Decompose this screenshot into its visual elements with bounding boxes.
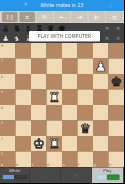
square-a8[interactable]: 8 (0, 43, 16, 59)
square-b8[interactable] (16, 43, 32, 59)
square-c4[interactable] (31, 105, 47, 121)
square-f4[interactable] (78, 105, 94, 121)
square-a1[interactable]: 1a (0, 152, 16, 168)
palette-piece-N[interactable]: ♞ (11, 33, 22, 43)
rank-label-3: 3 (1, 121, 3, 125)
square-e8[interactable] (62, 43, 78, 59)
file-label-c: c (32, 163, 34, 167)
square-f2[interactable] (78, 136, 94, 152)
white-engine-cell: White (0, 168, 30, 184)
square-b3[interactable] (16, 121, 32, 137)
palette-delete-icon[interactable]: × (113, 33, 123, 43)
rank-label-5: 5 (1, 90, 3, 94)
square-d8[interactable] (47, 43, 63, 59)
play-with-computer-button[interactable]: PLAY WITH COMPUTER (29, 31, 100, 42)
file-label-d: d (47, 163, 49, 167)
square-b6[interactable] (16, 74, 32, 90)
square-h2[interactable] (109, 136, 125, 152)
next-list-icon[interactable]: ⇉ (107, 12, 122, 22)
file-label-a: a (1, 163, 3, 167)
chess-board: 87♟6♚5♜43♛2♚♜1abcdefgh (0, 43, 124, 167)
palette-delete-icon[interactable]: × (113, 23, 123, 33)
square-g1[interactable]: g (93, 152, 109, 168)
rank-label-8: 8 (1, 44, 3, 48)
white-king-c2[interactable]: ♚ (31, 136, 47, 152)
rank-label-2: 2 (1, 137, 3, 141)
rank-label-7: 7 (1, 59, 3, 63)
white-label: White (0, 169, 30, 173)
white-rook-d5[interactable]: ♜ (47, 90, 63, 106)
square-c6[interactable] (31, 74, 47, 90)
menu-icon[interactable]: ≡ (24, 2, 28, 7)
square-c5[interactable] (31, 90, 47, 106)
toolbar: [·]±↻⇤⇥⇇⇉ (0, 11, 124, 23)
square-h7[interactable] (109, 59, 125, 75)
evaluate-icon[interactable]: ± (19, 12, 34, 22)
square-d7[interactable] (47, 59, 63, 75)
square-e3[interactable] (62, 121, 78, 137)
bottom-bar-cell-2[interactable]: : (30, 168, 61, 184)
square-h5[interactable] (109, 90, 125, 106)
palette-piece-p[interactable]: ♟ (0, 23, 11, 33)
square-f6[interactable] (78, 74, 94, 90)
play-panel[interactable]: Play (92, 168, 123, 184)
white-progress-fill (3, 175, 14, 180)
square-g5[interactable] (93, 90, 109, 106)
square-h4[interactable] (109, 105, 125, 121)
app-viewport: ≡ White mates in 23 ⋮ [·]±↻⇤⇥⇇⇉ ♟♞♝♜♛♚××… (0, 0, 124, 183)
black-king-h6[interactable]: ♚ (109, 74, 125, 90)
square-h3[interactable] (109, 121, 125, 137)
square-d1[interactable]: d (47, 152, 63, 168)
square-f7[interactable] (78, 59, 94, 75)
square-e7[interactable] (62, 59, 78, 75)
play-blue-bar[interactable] (96, 175, 107, 181)
file-label-h: h (109, 163, 111, 167)
prev-list-icon[interactable]: ⇇ (89, 12, 104, 22)
square-g2[interactable] (93, 136, 109, 152)
square-a6[interactable]: 6 (0, 74, 16, 90)
bottom-bar-icon-2: ✓ (74, 173, 78, 178)
square-d6[interactable] (47, 74, 63, 90)
square-c8[interactable] (31, 43, 47, 59)
square-a3[interactable]: 3 (0, 121, 16, 137)
square-b7[interactable] (16, 59, 32, 75)
square-e4[interactable] (62, 105, 78, 121)
file-label-b: b (16, 163, 18, 167)
square-e5[interactable] (62, 90, 78, 106)
square-h8[interactable] (109, 43, 125, 59)
square-c2[interactable]: ♚ (31, 136, 47, 152)
square-c3[interactable] (31, 121, 47, 137)
square-b2[interactable] (16, 136, 32, 152)
square-f1[interactable]: f (78, 152, 94, 168)
square-h6[interactable]: ♚ (109, 74, 125, 90)
scan-region-icon[interactable]: [·] (2, 12, 17, 22)
go-to-start-icon[interactable]: ⇤ (54, 12, 69, 22)
black-queen-f3[interactable]: ♛ (78, 121, 94, 137)
square-e2[interactable] (62, 136, 78, 152)
white-progress-bar (3, 175, 28, 180)
square-b4[interactable] (16, 105, 32, 121)
square-e6[interactable] (62, 74, 78, 90)
square-d4[interactable] (47, 105, 63, 121)
bottom-bar-icon-1: : (44, 173, 46, 178)
page-title: White mates in 23 (41, 3, 84, 8)
palette-piece-P[interactable]: ♟ (0, 33, 11, 43)
white-pawn-g7[interactable]: ♟ (93, 59, 109, 75)
square-g6[interactable] (93, 74, 109, 90)
square-d3[interactable] (47, 121, 63, 137)
square-b1[interactable]: b (16, 152, 32, 168)
square-f3[interactable]: ♛ (78, 121, 94, 137)
square-g3[interactable] (93, 121, 109, 137)
square-b5[interactable] (16, 90, 32, 106)
bottom-bar-cell-3[interactable]: ✓ (61, 168, 92, 184)
palette-piece-n[interactable]: ♞ (11, 23, 22, 33)
title-bar: ≡ White mates in 23 ⋮ (0, 0, 124, 11)
square-f5[interactable] (78, 90, 94, 106)
square-e1[interactable]: e (62, 152, 78, 168)
bottom-bar: White : ✓ Play (0, 167, 124, 183)
square-h1[interactable]: h (109, 152, 125, 168)
square-d5[interactable]: ♜ (47, 90, 63, 106)
palette-delete-icon[interactable]: × (102, 23, 112, 33)
square-c1[interactable]: c (31, 152, 47, 168)
square-g8[interactable] (93, 43, 109, 59)
square-d2[interactable]: ♜ (47, 136, 63, 152)
white-rook-d2[interactable]: ♜ (47, 136, 63, 152)
square-a2[interactable]: 2 (0, 136, 16, 152)
square-c7[interactable] (31, 59, 47, 75)
rank-label-6: 6 (1, 75, 3, 79)
file-label-e: e (63, 163, 65, 167)
file-label-g: g (94, 163, 96, 167)
rank-label-1: 1 (1, 152, 3, 156)
play-green-button[interactable] (107, 175, 120, 181)
square-a7[interactable]: 7 (0, 59, 16, 75)
palette-delete-icon[interactable]: × (102, 33, 112, 43)
file-label-f: f (78, 163, 79, 167)
square-a5[interactable]: 5 (0, 90, 16, 106)
overflow-menu-icon[interactable]: ⋮ (108, 2, 113, 8)
square-g7[interactable]: ♟ (93, 59, 109, 75)
rank-label-4: 4 (1, 106, 3, 110)
square-f8[interactable] (78, 43, 94, 59)
play-label: Play (92, 169, 123, 173)
go-to-end-icon[interactable]: ⇥ (72, 12, 87, 22)
square-a4[interactable]: 4 (0, 105, 16, 121)
square-g4[interactable] (93, 105, 109, 121)
refresh-flip-icon[interactable]: ↻ (37, 12, 52, 22)
